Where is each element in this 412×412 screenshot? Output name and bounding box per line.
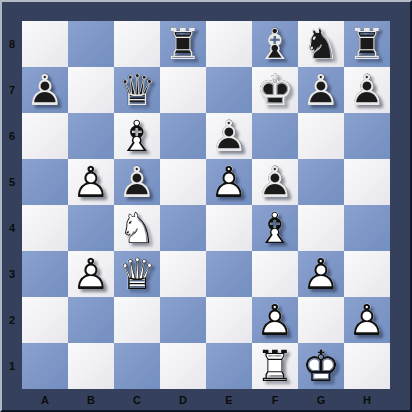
square-f7[interactable]: ♚♔: [252, 67, 298, 113]
black-rook-icon: ♜♖: [344, 21, 390, 67]
file-labels: ABCDEFGH: [22, 391, 390, 410]
white-king-icon: ♚♔: [298, 343, 344, 389]
piece-outline-layer: ♙: [26, 69, 65, 112]
square-h7[interactable]: ♟♙: [344, 67, 390, 113]
square-d5[interactable]: [160, 159, 206, 205]
white-pawn-icon: ♟♙: [206, 159, 252, 205]
piece-outline-layer: ♘: [118, 207, 157, 250]
square-e8[interactable]: [206, 21, 252, 67]
square-a4[interactable]: [22, 205, 68, 251]
square-a1[interactable]: [22, 343, 68, 389]
piece-outline-layer: ♗: [256, 23, 295, 66]
square-g5[interactable]: [298, 159, 344, 205]
file-label-g: G: [298, 391, 344, 410]
square-b7[interactable]: [68, 67, 114, 113]
square-d7[interactable]: [160, 67, 206, 113]
file-label-f: F: [252, 391, 298, 410]
piece-outline-layer: ♙: [348, 299, 387, 342]
square-h1[interactable]: [344, 343, 390, 389]
square-f4[interactable]: ♝♗: [252, 205, 298, 251]
black-pawn-icon: ♟♙: [22, 67, 68, 113]
file-label-d: D: [160, 391, 206, 410]
square-a3[interactable]: [22, 251, 68, 297]
square-d4[interactable]: [160, 205, 206, 251]
square-e6[interactable]: ♟♙: [206, 113, 252, 159]
square-c8[interactable]: [114, 21, 160, 67]
square-h2[interactable]: ♟♙: [344, 297, 390, 343]
square-d3[interactable]: [160, 251, 206, 297]
square-e3[interactable]: [206, 251, 252, 297]
white-knight-icon: ♞♘: [114, 205, 160, 251]
piece-outline-layer: ♗: [118, 115, 157, 158]
square-a7[interactable]: ♟♙: [22, 67, 68, 113]
square-e4[interactable]: [206, 205, 252, 251]
square-g8[interactable]: ♞♘: [298, 21, 344, 67]
black-pawn-icon: ♟♙: [206, 113, 252, 159]
square-h8[interactable]: ♜♖: [344, 21, 390, 67]
rank-label-8: 8: [2, 21, 22, 67]
piece-outline-layer: ♖: [348, 23, 387, 66]
square-f3[interactable]: [252, 251, 298, 297]
square-f6[interactable]: [252, 113, 298, 159]
white-pawn-icon: ♟♙: [344, 297, 390, 343]
square-b1[interactable]: [68, 343, 114, 389]
piece-outline-layer: ♘: [302, 23, 341, 66]
file-label-b: B: [68, 391, 114, 410]
white-bishop-icon: ♝♗: [252, 205, 298, 251]
black-queen-icon: ♛♕: [114, 67, 160, 113]
file-label-a: A: [22, 391, 68, 410]
square-c6[interactable]: ♝♗: [114, 113, 160, 159]
square-b4[interactable]: [68, 205, 114, 251]
white-bishop-icon: ♝♗: [114, 113, 160, 159]
square-f8[interactable]: ♝♗: [252, 21, 298, 67]
piece-outline-layer: ♕: [118, 253, 157, 296]
file-label-h: H: [344, 391, 390, 410]
board-frame: 87654321 ♜♖♝♗♞♘♜♖♟♙♛♕♚♔♟♙♟♙♝♗♟♙♟♙♟♙♟♙♟♙♞…: [0, 0, 412, 412]
file-label-e: E: [206, 391, 252, 410]
square-h3[interactable]: [344, 251, 390, 297]
square-a6[interactable]: [22, 113, 68, 159]
square-d1[interactable]: [160, 343, 206, 389]
square-g7[interactable]: ♟♙: [298, 67, 344, 113]
piece-outline-layer: ♖: [164, 23, 203, 66]
piece-outline-layer: ♙: [118, 161, 157, 204]
square-h6[interactable]: [344, 113, 390, 159]
square-f5[interactable]: ♟♙: [252, 159, 298, 205]
square-c5[interactable]: ♟♙: [114, 159, 160, 205]
square-e5[interactable]: ♟♙: [206, 159, 252, 205]
square-c4[interactable]: ♞♘: [114, 205, 160, 251]
square-c3[interactable]: ♛♕: [114, 251, 160, 297]
piece-outline-layer: ♙: [348, 69, 387, 112]
piece-outline-layer: ♙: [210, 161, 249, 204]
black-pawn-icon: ♟♙: [252, 159, 298, 205]
piece-outline-layer: ♕: [118, 69, 157, 112]
white-rook-icon: ♜♖: [252, 343, 298, 389]
black-rook-icon: ♜♖: [160, 21, 206, 67]
white-pawn-icon: ♟♙: [68, 251, 114, 297]
piece-outline-layer: ♙: [302, 69, 341, 112]
square-c7[interactable]: ♛♕: [114, 67, 160, 113]
square-c2[interactable]: [114, 297, 160, 343]
white-pawn-icon: ♟♙: [298, 251, 344, 297]
rank-label-3: 3: [2, 251, 22, 297]
piece-outline-layer: ♙: [210, 115, 249, 158]
piece-outline-layer: ♙: [256, 299, 295, 342]
square-d8[interactable]: ♜♖: [160, 21, 206, 67]
piece-outline-layer: ♔: [256, 69, 295, 112]
black-pawn-icon: ♟♙: [298, 67, 344, 113]
rank-label-5: 5: [2, 159, 22, 205]
square-h4[interactable]: [344, 205, 390, 251]
rank-label-1: 1: [2, 343, 22, 389]
square-a8[interactable]: [22, 21, 68, 67]
black-knight-icon: ♞♘: [298, 21, 344, 67]
square-c1[interactable]: [114, 343, 160, 389]
black-pawn-icon: ♟♙: [114, 159, 160, 205]
piece-outline-layer: ♗: [256, 207, 295, 250]
square-b5[interactable]: ♟♙: [68, 159, 114, 205]
piece-outline-layer: ♔: [302, 345, 341, 388]
square-e1[interactable]: [206, 343, 252, 389]
rank-label-2: 2: [2, 297, 22, 343]
square-b3[interactable]: ♟♙: [68, 251, 114, 297]
rank-label-7: 7: [2, 67, 22, 113]
square-g3[interactable]: ♟♙: [298, 251, 344, 297]
piece-outline-layer: ♙: [72, 161, 111, 204]
square-g6[interactable]: [298, 113, 344, 159]
square-b8[interactable]: [68, 21, 114, 67]
square-g4[interactable]: [298, 205, 344, 251]
white-queen-icon: ♛♕: [114, 251, 160, 297]
square-g2[interactable]: [298, 297, 344, 343]
black-pawn-icon: ♟♙: [344, 67, 390, 113]
piece-outline-layer: ♙: [72, 253, 111, 296]
square-e2[interactable]: [206, 297, 252, 343]
chess-board[interactable]: ♜♖♝♗♞♘♜♖♟♙♛♕♚♔♟♙♟♙♝♗♟♙♟♙♟♙♟♙♟♙♞♘♝♗♟♙♛♕♟♙…: [22, 21, 390, 389]
file-label-c: C: [114, 391, 160, 410]
black-king-icon: ♚♔: [252, 67, 298, 113]
rank-label-4: 4: [2, 205, 22, 251]
square-e7[interactable]: [206, 67, 252, 113]
black-bishop-icon: ♝♗: [252, 21, 298, 67]
rank-label-6: 6: [2, 113, 22, 159]
square-f1[interactable]: ♜♖: [252, 343, 298, 389]
piece-outline-layer: ♙: [302, 253, 341, 296]
square-d6[interactable]: [160, 113, 206, 159]
square-g1[interactable]: ♚♔: [298, 343, 344, 389]
square-b6[interactable]: [68, 113, 114, 159]
square-h5[interactable]: [344, 159, 390, 205]
square-f2[interactable]: ♟♙: [252, 297, 298, 343]
rank-labels: 87654321: [2, 21, 22, 389]
square-b2[interactable]: [68, 297, 114, 343]
square-a5[interactable]: [22, 159, 68, 205]
square-a2[interactable]: [22, 297, 68, 343]
white-pawn-icon: ♟♙: [68, 159, 114, 205]
square-d2[interactable]: [160, 297, 206, 343]
piece-outline-layer: ♖: [256, 345, 295, 388]
white-pawn-icon: ♟♙: [252, 297, 298, 343]
piece-outline-layer: ♙: [256, 161, 295, 204]
